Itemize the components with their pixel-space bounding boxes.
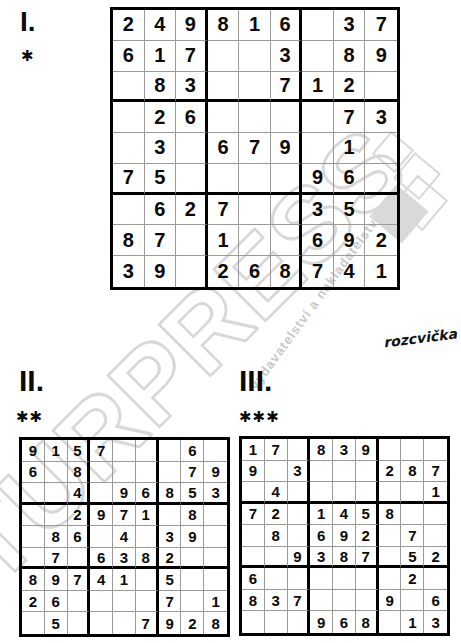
grid3-cell-r3c8[interactable] — [401, 482, 424, 504]
grid1-cell-r5c2[interactable]: 3 — [145, 133, 177, 164]
grid2-cell-r4c7[interactable] — [159, 505, 182, 527]
puzzle-3-difficulty-stars: ✱✱✱ — [239, 409, 280, 424]
grid2-cell-r9c1[interactable] — [22, 612, 45, 634]
grid1-cell-r2c4[interactable] — [208, 41, 240, 72]
grid2-cell-r4c9[interactable] — [204, 505, 227, 527]
grid1-cell-r6c4[interactable] — [208, 164, 240, 195]
grid2-cell-r8c1[interactable]: 2 — [22, 591, 45, 613]
grid2-cell-r3c2[interactable] — [45, 483, 68, 505]
grid1-cell-r4c4[interactable] — [208, 102, 240, 133]
publisher-logo-diamond-icon — [393, 152, 441, 200]
grid3-cell-r4c2[interactable]: 2 — [265, 504, 288, 526]
grid2-cell-r7c1[interactable]: 8 — [22, 569, 45, 591]
grid3-cell-r8c9[interactable]: 6 — [424, 590, 447, 612]
grid3-cell-r7c2[interactable] — [265, 568, 288, 590]
grid3-cell-r6c2[interactable] — [265, 547, 288, 569]
puzzle-page: TURPRESS vydavatelství a nakladatelství … — [0, 0, 461, 643]
grid1-cell-r5c7[interactable] — [302, 133, 334, 164]
grid3-cell-r1c5[interactable]: 3 — [333, 439, 356, 461]
grid2-cell-r1c5[interactable] — [113, 440, 136, 462]
grid3-cell-r9c2[interactable] — [265, 611, 288, 633]
grid3-cell-r9c5[interactable]: 6 — [333, 611, 356, 633]
grid3-cell-r7c3[interactable] — [288, 568, 311, 590]
grid1-cell-r1c3[interactable]: 9 — [176, 10, 208, 41]
grid2-cell-r4c5[interactable]: 7 — [113, 505, 136, 527]
grid1-cell-r3c9[interactable] — [365, 72, 397, 103]
grid1-cell-r6c7[interactable]: 9 — [302, 164, 334, 195]
grid2-cell-r6c1[interactable] — [22, 548, 45, 570]
grid2-cell-r2c4[interactable] — [90, 462, 113, 484]
handwritten-note: rozcvička — [382, 326, 457, 351]
grid3-cell-r1c8[interactable] — [401, 439, 424, 461]
grid2-cell-r9c2[interactable]: 5 — [45, 612, 68, 634]
grid2-cell-r7c2[interactable]: 9 — [45, 569, 68, 591]
grid2-cell-r2c9[interactable]: 9 — [204, 462, 227, 484]
grid1-cell-r8c5[interactable] — [239, 225, 271, 256]
grid3-cell-r6c4[interactable]: 3 — [310, 547, 333, 569]
grid2-cell-r6c7[interactable]: 2 — [159, 548, 182, 570]
grid1-cell-r4c1[interactable] — [113, 102, 145, 133]
grid1-cell-r3c5[interactable] — [239, 72, 271, 103]
sudoku-grid-3: 1783993287417214588692793875262837969681… — [239, 436, 450, 636]
grid2-cell-r2c1[interactable]: 6 — [22, 462, 45, 484]
grid2-cell-r2c8[interactable]: 7 — [181, 462, 204, 484]
grid2-cell-r7c6[interactable] — [136, 569, 159, 591]
grid2-cell-r8c3[interactable] — [68, 591, 91, 613]
grid3-cell-r3c4[interactable] — [310, 482, 333, 504]
grid3-cell-r7c9[interactable] — [424, 568, 447, 590]
grid2-cell-r4c8[interactable]: 8 — [181, 505, 204, 527]
grid1-cell-r7c9[interactable] — [365, 195, 397, 226]
grid1-cell-r5c4[interactable]: 6 — [208, 133, 240, 164]
grid1-cell-r6c9[interactable] — [365, 164, 397, 195]
puzzle-1-label: I. — [20, 8, 36, 36]
grid3-cell-r4c8[interactable] — [401, 504, 424, 526]
puzzle-1-difficulty-stars: ✱ — [21, 48, 35, 63]
grid1-cell-r8c9[interactable]: 2 — [365, 225, 397, 256]
grid3-cell-r8c5[interactable] — [333, 590, 356, 612]
grid3-cell-r6c1[interactable] — [242, 547, 265, 569]
grid1-cell-r2c6[interactable]: 3 — [271, 41, 303, 72]
grid3-cell-r1c7[interactable] — [379, 439, 402, 461]
puzzle-3-label: III. — [239, 366, 272, 396]
grid1-cell-r7c4[interactable]: 7 — [208, 195, 240, 226]
grid1-cell-r1c2[interactable]: 4 — [145, 10, 177, 41]
grid1-cell-r5c5[interactable]: 7 — [239, 133, 271, 164]
grid1-cell-r9c7[interactable]: 7 — [302, 256, 334, 287]
grid1-cell-r3c6[interactable]: 7 — [271, 72, 303, 103]
grid3-cell-r8c7[interactable]: 9 — [379, 590, 402, 612]
grid2-cell-r9c6[interactable]: 7 — [136, 612, 159, 634]
grid2-cell-r7c3[interactable]: 7 — [68, 569, 91, 591]
grid1-cell-r3c1[interactable] — [113, 72, 145, 103]
grid2-cell-r6c5[interactable]: 3 — [113, 548, 136, 570]
grid3-cell-r1c9[interactable] — [424, 439, 447, 461]
grid2-cell-r9c8[interactable]: 2 — [181, 612, 204, 634]
grid2-cell-r6c9[interactable] — [204, 548, 227, 570]
grid1-cell-r4c8[interactable]: 7 — [334, 102, 366, 133]
grid3-cell-r1c2[interactable]: 7 — [265, 439, 288, 461]
grid2-cell-r8c9[interactable]: 1 — [204, 591, 227, 613]
grid2-cell-r4c2[interactable] — [45, 505, 68, 527]
grid2-cell-r6c3[interactable] — [68, 548, 91, 570]
grid3-cell-r2c7[interactable]: 2 — [379, 461, 402, 483]
grid3-cell-r6c7[interactable] — [379, 547, 402, 569]
grid3-cell-r4c6[interactable]: 5 — [356, 504, 379, 526]
grid3-cell-r9c4[interactable]: 9 — [310, 611, 333, 633]
grid2-cell-r2c2[interactable] — [45, 462, 68, 484]
grid3-cell-r3c9[interactable]: 1 — [424, 482, 447, 504]
grid2-cell-r4c1[interactable] — [22, 505, 45, 527]
grid3-cell-r9c3[interactable] — [288, 611, 311, 633]
grid2-cell-r3c5[interactable]: 9 — [113, 483, 136, 505]
grid3-cell-r5c7[interactable] — [379, 525, 402, 547]
grid3-cell-r8c2[interactable]: 3 — [265, 590, 288, 612]
grid1-cell-r6c6[interactable] — [271, 164, 303, 195]
grid3-cell-r9c1[interactable] — [242, 611, 265, 633]
grid1-cell-r9c3[interactable] — [176, 256, 208, 287]
grid1-cell-r8c1[interactable]: 8 — [113, 225, 145, 256]
grid1-cell-r2c8[interactable]: 8 — [334, 41, 366, 72]
grid1-cell-r4c6[interactable] — [271, 102, 303, 133]
grid1-cell-r1c4[interactable]: 8 — [208, 10, 240, 41]
grid3-cell-r5c5[interactable]: 9 — [333, 525, 356, 547]
puzzle-2-difficulty-stars: ✱✱ — [16, 409, 43, 424]
grid3-cell-r9c6[interactable]: 8 — [356, 611, 379, 633]
grid3-cell-r5c3[interactable] — [288, 525, 311, 547]
grid1-cell-r8c2[interactable]: 7 — [145, 225, 177, 256]
grid1-cell-r7c2[interactable]: 6 — [145, 195, 177, 226]
grid1-cell-r4c7[interactable] — [302, 102, 334, 133]
sudoku-grid-1: 2498163761738983712267336791759662735871… — [110, 7, 400, 290]
grid3-cell-r9c7[interactable] — [379, 611, 402, 633]
grid2-cell-r7c7[interactable]: 5 — [159, 569, 182, 591]
grid3-cell-r4c4[interactable]: 1 — [310, 504, 333, 526]
grid1-cell-r9c1[interactable]: 3 — [113, 256, 145, 287]
grid3-cell-r1c6[interactable]: 9 — [356, 439, 379, 461]
grid3-cell-r1c4[interactable]: 8 — [310, 439, 333, 461]
grid3-cell-r5c8[interactable]: 7 — [401, 525, 424, 547]
grid2-cell-r6c4[interactable]: 6 — [90, 548, 113, 570]
grid1-cell-r3c3[interactable]: 3 — [176, 72, 208, 103]
grid1-cell-r8c7[interactable]: 6 — [302, 225, 334, 256]
grid3-cell-r3c5[interactable] — [333, 482, 356, 504]
grid2-cell-r3c9[interactable]: 3 — [204, 483, 227, 505]
grid3-cell-r8c1[interactable]: 8 — [242, 590, 265, 612]
grid3-cell-r4c1[interactable]: 7 — [242, 504, 265, 526]
grid1-cell-r5c9[interactable] — [365, 133, 397, 164]
grid2-cell-r3c3[interactable]: 4 — [68, 483, 91, 505]
grid1-cell-r7c8[interactable]: 5 — [334, 195, 366, 226]
grid2-cell-r6c6[interactable]: 8 — [136, 548, 159, 570]
grid1-cell-r1c5[interactable]: 1 — [239, 10, 271, 41]
grid3-cell-r2c6[interactable] — [356, 461, 379, 483]
grid3-cell-r3c6[interactable] — [356, 482, 379, 504]
grid2-cell-r9c5[interactable] — [113, 612, 136, 634]
grid3-cell-r6c9[interactable]: 2 — [424, 547, 447, 569]
grid3-cell-r2c8[interactable]: 8 — [401, 461, 424, 483]
grid2-cell-r2c7[interactable] — [159, 462, 182, 484]
grid2-cell-r2c6[interactable] — [136, 462, 159, 484]
grid3-cell-r3c2[interactable]: 4 — [265, 482, 288, 504]
sudoku-grid-2: 9157668794968532971886439763828974152671… — [19, 437, 230, 637]
grid3-cell-r8c8[interactable] — [401, 590, 424, 612]
grid2-cell-r3c8[interactable]: 5 — [181, 483, 204, 505]
grid1-cell-r3c7[interactable]: 1 — [302, 72, 334, 103]
grid2-cell-r1c4[interactable]: 7 — [90, 440, 113, 462]
grid1-cell-r4c3[interactable]: 6 — [176, 102, 208, 133]
grid3-cell-r5c9[interactable] — [424, 525, 447, 547]
grid2-cell-r9c9[interactable]: 8 — [204, 612, 227, 634]
grid2-cell-r5c1[interactable] — [22, 526, 45, 548]
grid2-cell-r2c3[interactable]: 8 — [68, 462, 91, 484]
grid2-cell-r7c9[interactable] — [204, 569, 227, 591]
grid2-cell-r4c3[interactable]: 2 — [68, 505, 91, 527]
grid2-cell-r5c2[interactable]: 8 — [45, 526, 68, 548]
grid1-cell-r3c8[interactable]: 2 — [334, 72, 366, 103]
grid2-cell-r1c2[interactable]: 1 — [45, 440, 68, 462]
grid3-cell-r3c1[interactable] — [242, 482, 265, 504]
grid3-cell-r7c7[interactable] — [379, 568, 402, 590]
grid3-cell-r9c9[interactable]: 3 — [424, 611, 447, 633]
grid1-cell-r5c1[interactable] — [113, 133, 145, 164]
grid2-cell-r6c2[interactable]: 7 — [45, 548, 68, 570]
grid2-cell-r7c8[interactable] — [181, 569, 204, 591]
grid3-cell-r5c6[interactable]: 2 — [356, 525, 379, 547]
grid3-cell-r4c9[interactable] — [424, 504, 447, 526]
grid1-cell-r2c3[interactable]: 7 — [176, 41, 208, 72]
grid3-cell-r5c1[interactable] — [242, 525, 265, 547]
grid1-cell-r6c2[interactable]: 5 — [145, 164, 177, 195]
grid2-cell-r3c1[interactable] — [22, 483, 45, 505]
grid2-cell-r1c6[interactable] — [136, 440, 159, 462]
grid1-cell-r5c8[interactable]: 1 — [334, 133, 366, 164]
grid2-cell-r9c3[interactable] — [68, 612, 91, 634]
grid2-cell-r5c9[interactable] — [204, 526, 227, 548]
grid3-cell-r4c5[interactable]: 4 — [333, 504, 356, 526]
grid3-cell-r2c4[interactable] — [310, 461, 333, 483]
grid1-cell-r6c5[interactable] — [239, 164, 271, 195]
grid3-cell-r3c7[interactable] — [379, 482, 402, 504]
grid1-cell-r7c3[interactable]: 2 — [176, 195, 208, 226]
grid1-cell-r7c6[interactable] — [271, 195, 303, 226]
grid2-cell-r5c7[interactable]: 3 — [159, 526, 182, 548]
grid2-cell-r6c8[interactable] — [181, 548, 204, 570]
grid1-cell-r8c3[interactable] — [176, 225, 208, 256]
grid2-cell-r4c4[interactable]: 9 — [90, 505, 113, 527]
grid1-cell-r9c6[interactable]: 8 — [271, 256, 303, 287]
grid1-cell-r8c8[interactable]: 9 — [334, 225, 366, 256]
grid3-cell-r3c3[interactable] — [288, 482, 311, 504]
grid1-cell-r9c2[interactable]: 9 — [145, 256, 177, 287]
grid1-cell-r9c8[interactable]: 4 — [334, 256, 366, 287]
grid2-cell-r3c6[interactable]: 6 — [136, 483, 159, 505]
grid3-cell-r2c9[interactable]: 7 — [424, 461, 447, 483]
grid2-cell-r8c5[interactable] — [113, 591, 136, 613]
grid3-cell-r7c4[interactable] — [310, 568, 333, 590]
grid1-cell-r4c5[interactable] — [239, 102, 271, 133]
grid3-cell-r7c8[interactable]: 2 — [401, 568, 424, 590]
grid1-cell-r2c7[interactable] — [302, 41, 334, 72]
grid3-cell-r4c7[interactable]: 8 — [379, 504, 402, 526]
grid3-cell-r8c4[interactable] — [310, 590, 333, 612]
grid2-cell-r1c3[interactable]: 5 — [68, 440, 91, 462]
grid1-cell-r1c1[interactable]: 2 — [113, 10, 145, 41]
grid3-cell-r2c2[interactable] — [265, 461, 288, 483]
grid2-cell-r3c4[interactable] — [90, 483, 113, 505]
grid1-cell-r6c1[interactable]: 7 — [113, 164, 145, 195]
grid2-cell-r8c8[interactable] — [181, 591, 204, 613]
grid3-cell-r1c1[interactable]: 1 — [242, 439, 265, 461]
grid2-cell-r5c3[interactable]: 6 — [68, 526, 91, 548]
grid2-cell-r1c8[interactable]: 6 — [181, 440, 204, 462]
grid3-cell-r6c8[interactable]: 5 — [401, 547, 424, 569]
grid3-cell-r6c6[interactable]: 7 — [356, 547, 379, 569]
grid2-cell-r9c4[interactable] — [90, 612, 113, 634]
grid1-cell-r3c4[interactable] — [208, 72, 240, 103]
grid2-cell-r9c7[interactable]: 9 — [159, 612, 182, 634]
grid1-cell-r1c6[interactable]: 6 — [271, 10, 303, 41]
grid1-cell-r9c5[interactable]: 6 — [239, 256, 271, 287]
grid1-cell-r5c3[interactable] — [176, 133, 208, 164]
grid1-cell-r2c5[interactable] — [239, 41, 271, 72]
grid1-cell-r3c2[interactable]: 8 — [145, 72, 177, 103]
grid3-cell-r5c2[interactable]: 8 — [265, 525, 288, 547]
grid1-cell-r8c6[interactable] — [271, 225, 303, 256]
grid2-cell-r7c4[interactable]: 4 — [90, 569, 113, 591]
grid1-cell-r7c1[interactable] — [113, 195, 145, 226]
grid2-cell-r8c2[interactable]: 6 — [45, 591, 68, 613]
grid1-cell-r4c9[interactable]: 3 — [365, 102, 397, 133]
grid1-cell-r8c4[interactable]: 1 — [208, 225, 240, 256]
grid2-cell-r8c6[interactable] — [136, 591, 159, 613]
grid1-cell-r6c8[interactable]: 6 — [334, 164, 366, 195]
grid3-cell-r2c1[interactable]: 9 — [242, 461, 265, 483]
grid2-cell-r5c6[interactable] — [136, 526, 159, 548]
grid2-cell-r1c1[interactable]: 9 — [22, 440, 45, 462]
grid3-cell-r2c5[interactable] — [333, 461, 356, 483]
grid1-cell-r1c9[interactable]: 7 — [365, 10, 397, 41]
grid3-cell-r5c4[interactable]: 6 — [310, 525, 333, 547]
puzzle-2-label: II. — [19, 366, 44, 396]
grid2-cell-r1c9[interactable] — [204, 440, 227, 462]
grid1-cell-r2c9[interactable]: 9 — [365, 41, 397, 72]
grid3-cell-r8c3[interactable]: 7 — [288, 590, 311, 612]
grid1-cell-r1c7[interactable] — [302, 10, 334, 41]
grid2-cell-r8c7[interactable]: 7 — [159, 591, 182, 613]
grid3-cell-r1c3[interactable] — [288, 439, 311, 461]
grid2-cell-r5c5[interactable]: 4 — [113, 526, 136, 548]
grid1-cell-r2c1[interactable]: 6 — [113, 41, 145, 72]
grid3-cell-r2c3[interactable]: 3 — [288, 461, 311, 483]
grid2-cell-r7c5[interactable]: 1 — [113, 569, 136, 591]
grid3-cell-r7c5[interactable] — [333, 568, 356, 590]
grid1-cell-r1c8[interactable]: 3 — [334, 10, 366, 41]
grid3-cell-r7c6[interactable] — [356, 568, 379, 590]
grid1-cell-r7c7[interactable]: 3 — [302, 195, 334, 226]
grid2-cell-r8c4[interactable] — [90, 591, 113, 613]
grid3-cell-r4c3[interactable] — [288, 504, 311, 526]
grid2-cell-r5c8[interactable]: 9 — [181, 526, 204, 548]
grid1-cell-r9c9[interactable]: 1 — [365, 256, 397, 287]
grid3-cell-r9c8[interactable]: 1 — [401, 611, 424, 633]
grid2-cell-r3c7[interactable]: 8 — [159, 483, 182, 505]
grid1-cell-r4c2[interactable]: 2 — [145, 102, 177, 133]
grid2-cell-r4c6[interactable]: 1 — [136, 505, 159, 527]
grid1-cell-r5c6[interactable]: 9 — [271, 133, 303, 164]
grid2-cell-r1c7[interactable] — [159, 440, 182, 462]
grid3-cell-r6c5[interactable]: 8 — [333, 547, 356, 569]
grid1-cell-r6c3[interactable] — [176, 164, 208, 195]
grid3-cell-r8c6[interactable] — [356, 590, 379, 612]
grid1-cell-r7c5[interactable] — [239, 195, 271, 226]
grid1-cell-r2c2[interactable]: 1 — [145, 41, 177, 72]
grid2-cell-r2c5[interactable] — [113, 462, 136, 484]
grid2-cell-r5c4[interactable] — [90, 526, 113, 548]
grid1-cell-r9c4[interactable]: 2 — [208, 256, 240, 287]
grid3-cell-r7c1[interactable]: 6 — [242, 568, 265, 590]
grid3-cell-r6c3[interactable]: 9 — [288, 547, 311, 569]
publisher-logo-diamond-icon — [392, 175, 448, 231]
